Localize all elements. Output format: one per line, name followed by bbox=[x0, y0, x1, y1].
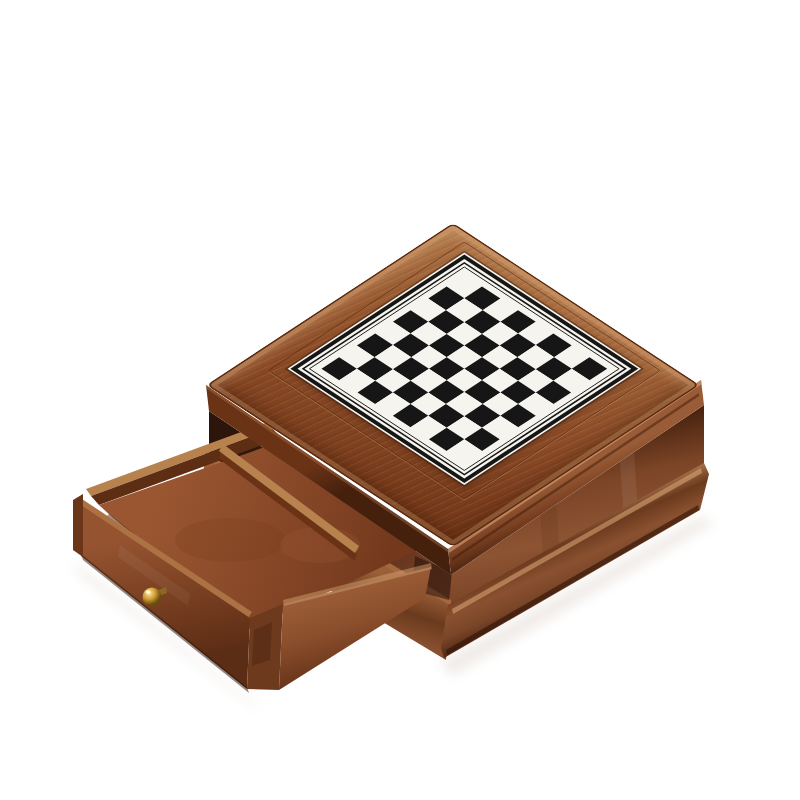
drawer-left-end-cap bbox=[73, 494, 83, 557]
product-photo bbox=[0, 0, 800, 800]
drawer-knob bbox=[143, 588, 162, 607]
knob-specular-highlight bbox=[146, 590, 151, 594]
drawer-floor-mottle bbox=[175, 518, 285, 562]
